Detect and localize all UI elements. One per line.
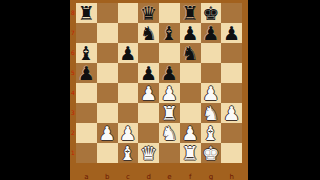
square-g3: ♞	[201, 103, 222, 123]
black-pawn-h7: ♟	[223, 23, 240, 43]
square-f5	[180, 63, 201, 83]
square-b7	[97, 23, 118, 43]
file-label-f: f	[180, 172, 201, 180]
square-d5: ♟	[138, 63, 159, 83]
chess-board-frame: 87654321 ♜♛♜♚♞♝♟♟♟♝♟♞♟♟♟♟♟♟♜♞♟♟♟♞♟♝♝♛♜♚ …	[70, 0, 248, 180]
square-e5: ♟	[159, 63, 180, 83]
white-rook-f1: ♜	[182, 143, 199, 163]
square-c2: ♟	[118, 123, 139, 143]
square-e6	[159, 43, 180, 63]
white-pawn-g4: ♟	[202, 83, 219, 103]
square-d8: ♛	[138, 3, 159, 23]
square-g5	[201, 63, 222, 83]
square-g4: ♟	[201, 83, 222, 103]
square-e7: ♝	[159, 23, 180, 43]
square-e4: ♟	[159, 83, 180, 103]
file-label-d: d	[138, 172, 159, 180]
square-a6: ♝	[76, 43, 97, 63]
square-h4	[221, 83, 242, 103]
white-pawn-b2: ♟	[99, 123, 116, 143]
square-h5	[221, 63, 242, 83]
square-c7	[118, 23, 139, 43]
white-knight-e2: ♞	[161, 123, 178, 143]
file-label-c: c	[118, 172, 139, 180]
square-e1	[159, 143, 180, 163]
square-g7: ♟	[201, 23, 222, 43]
square-d4: ♟	[138, 83, 159, 103]
square-a7	[76, 23, 97, 43]
black-pawn-e5: ♟	[161, 63, 178, 83]
white-king-g1: ♚	[202, 143, 219, 163]
white-pawn-c2: ♟	[119, 123, 136, 143]
black-bishop-a6: ♝	[78, 43, 95, 63]
square-a8: ♜	[76, 3, 97, 23]
file-label-a: a	[76, 172, 97, 180]
square-d6	[138, 43, 159, 63]
square-a4	[76, 83, 97, 103]
black-king-g8: ♚	[202, 3, 219, 23]
file-label-b: b	[97, 172, 118, 180]
square-a1	[76, 143, 97, 163]
file-label-h: h	[221, 172, 242, 180]
black-queen-d8: ♛	[140, 3, 157, 23]
square-f7: ♟	[180, 23, 201, 43]
square-c1: ♝	[118, 143, 139, 163]
square-f8: ♜	[180, 3, 201, 23]
white-bishop-c1: ♝	[119, 143, 136, 163]
square-g6	[201, 43, 222, 63]
square-g1: ♚	[201, 143, 222, 163]
square-b2: ♟	[97, 123, 118, 143]
black-bishop-e7: ♝	[161, 23, 178, 43]
black-rook-a8: ♜	[78, 3, 95, 23]
square-b5	[97, 63, 118, 83]
square-h7: ♟	[221, 23, 242, 43]
square-c3	[118, 103, 139, 123]
video-frame: 87654321 ♜♛♜♚♞♝♟♟♟♝♟♞♟♟♟♟♟♟♜♞♟♟♟♞♟♝♝♛♜♚ …	[0, 0, 320, 180]
square-d1: ♛	[138, 143, 159, 163]
square-h2	[221, 123, 242, 143]
square-a5: ♟	[76, 63, 97, 83]
file-label-e: e	[159, 172, 180, 180]
white-knight-g3: ♞	[202, 103, 219, 123]
square-c6: ♟	[118, 43, 139, 63]
white-pawn-h3: ♟	[223, 103, 240, 123]
white-pawn-f2: ♟	[182, 123, 199, 143]
white-queen-d1: ♛	[140, 143, 157, 163]
square-h8	[221, 3, 242, 23]
black-pawn-f7: ♟	[182, 23, 199, 43]
square-c8	[118, 3, 139, 23]
square-a2	[76, 123, 97, 143]
square-a3	[76, 103, 97, 123]
square-f1: ♜	[180, 143, 201, 163]
square-d7: ♞	[138, 23, 159, 43]
square-b8	[97, 3, 118, 23]
file-labels: abcdefgh	[76, 172, 242, 180]
square-d3	[138, 103, 159, 123]
square-d2	[138, 123, 159, 143]
square-h1	[221, 143, 242, 163]
square-e2: ♞	[159, 123, 180, 143]
chess-board: ♜♛♜♚♞♝♟♟♟♝♟♞♟♟♟♟♟♟♜♞♟♟♟♞♟♝♝♛♜♚	[76, 3, 242, 163]
square-c5	[118, 63, 139, 83]
square-e3: ♜	[159, 103, 180, 123]
square-b4	[97, 83, 118, 103]
black-pawn-g7: ♟	[202, 23, 219, 43]
square-h3: ♟	[221, 103, 242, 123]
square-g2: ♝	[201, 123, 222, 143]
square-h6	[221, 43, 242, 63]
black-knight-d7: ♞	[140, 23, 157, 43]
square-f3	[180, 103, 201, 123]
square-c4	[118, 83, 139, 103]
file-label-g: g	[201, 172, 222, 180]
square-b3	[97, 103, 118, 123]
square-f2: ♟	[180, 123, 201, 143]
black-pawn-a5: ♟	[78, 63, 95, 83]
square-e8	[159, 3, 180, 23]
white-bishop-g2: ♝	[202, 123, 219, 143]
black-pawn-d5: ♟	[140, 63, 157, 83]
square-f6: ♞	[180, 43, 201, 63]
white-pawn-d4: ♟	[140, 83, 157, 103]
square-b6	[97, 43, 118, 63]
black-pawn-c6: ♟	[119, 43, 136, 63]
black-knight-f6: ♞	[182, 43, 199, 63]
white-pawn-e4: ♟	[161, 83, 178, 103]
black-rook-f8: ♜	[182, 3, 199, 23]
white-rook-e3: ♜	[161, 103, 178, 123]
square-b1	[97, 143, 118, 163]
square-f4	[180, 83, 201, 103]
square-g8: ♚	[201, 3, 222, 23]
